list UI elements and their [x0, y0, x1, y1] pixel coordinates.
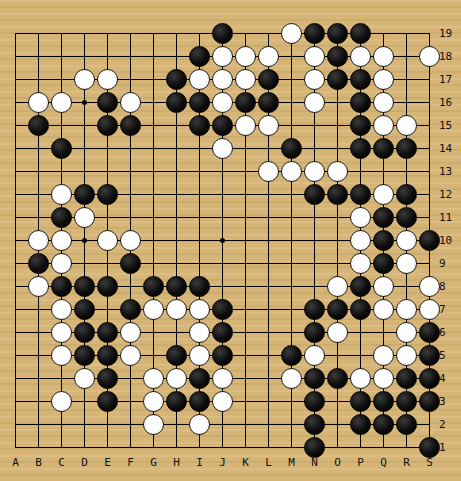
- stone-black-D8[interactable]: [74, 276, 95, 297]
- stone-white-H4[interactable]: [166, 368, 187, 389]
- stone-white-M4[interactable]: [281, 368, 302, 389]
- stone-black-P7[interactable]: [350, 299, 371, 320]
- stone-black-J15[interactable]: [212, 115, 233, 136]
- row-label-19: 19: [439, 22, 461, 45]
- stone-white-O6[interactable]: [327, 322, 348, 343]
- stone-white-S18[interactable]: [419, 46, 440, 67]
- stone-black-S6[interactable]: [419, 322, 440, 343]
- row-label-15: 15: [439, 114, 461, 137]
- col-label-Q: Q: [372, 456, 395, 469]
- row-label-4: 4: [439, 367, 461, 390]
- stone-black-O4[interactable]: [327, 368, 348, 389]
- stone-white-N13[interactable]: [304, 161, 325, 182]
- stone-white-N5[interactable]: [304, 345, 325, 366]
- col-label-P: P: [349, 456, 372, 469]
- stone-black-S1[interactable]: [419, 437, 440, 458]
- stone-black-R3[interactable]: [396, 391, 417, 412]
- stone-white-R5[interactable]: [396, 345, 417, 366]
- stone-white-K18[interactable]: [235, 46, 256, 67]
- stone-white-P10[interactable]: [350, 230, 371, 251]
- col-label-E: E: [96, 456, 119, 469]
- stone-white-J16[interactable]: [212, 92, 233, 113]
- stone-black-M5[interactable]: [281, 345, 302, 366]
- col-label-L: L: [257, 456, 280, 469]
- stone-white-Q18[interactable]: [373, 46, 394, 67]
- stone-black-E12[interactable]: [97, 184, 118, 205]
- stone-black-H5[interactable]: [166, 345, 187, 366]
- stone-black-I8[interactable]: [189, 276, 210, 297]
- stone-black-O7[interactable]: [327, 299, 348, 320]
- stone-black-F9[interactable]: [120, 253, 141, 274]
- stone-black-R12[interactable]: [396, 184, 417, 205]
- stone-black-D6[interactable]: [74, 322, 95, 343]
- stone-white-P4[interactable]: [350, 368, 371, 389]
- col-label-B: B: [27, 456, 50, 469]
- stone-black-C11[interactable]: [51, 207, 72, 228]
- stone-black-I18[interactable]: [189, 46, 210, 67]
- stone-black-I3[interactable]: [189, 391, 210, 412]
- stone-black-H8[interactable]: [166, 276, 187, 297]
- stone-black-S4[interactable]: [419, 368, 440, 389]
- stone-black-H17[interactable]: [166, 69, 187, 90]
- stone-white-I17[interactable]: [189, 69, 210, 90]
- stone-white-Q4[interactable]: [373, 368, 394, 389]
- stone-black-N7[interactable]: [304, 299, 325, 320]
- stone-white-F16[interactable]: [120, 92, 141, 113]
- stone-black-R2[interactable]: [396, 414, 417, 435]
- stone-white-L13[interactable]: [258, 161, 279, 182]
- stone-white-M19[interactable]: [281, 23, 302, 44]
- stone-black-N4[interactable]: [304, 368, 325, 389]
- row-label-12: 12: [439, 183, 461, 206]
- stone-white-R10[interactable]: [396, 230, 417, 251]
- col-label-N: N: [303, 456, 326, 469]
- stone-black-E5[interactable]: [97, 345, 118, 366]
- stone-black-N3[interactable]: [304, 391, 325, 412]
- row-label-5: 5: [439, 344, 461, 367]
- stone-white-J14[interactable]: [212, 138, 233, 159]
- stone-white-E17[interactable]: [97, 69, 118, 90]
- stone-black-E4[interactable]: [97, 368, 118, 389]
- stone-black-R4[interactable]: [396, 368, 417, 389]
- stone-white-J4[interactable]: [212, 368, 233, 389]
- row-label-1: 1: [439, 436, 461, 459]
- stone-white-J18[interactable]: [212, 46, 233, 67]
- stone-white-D4[interactable]: [74, 368, 95, 389]
- stone-black-O18[interactable]: [327, 46, 348, 67]
- stone-black-I15[interactable]: [189, 115, 210, 136]
- stone-black-P8[interactable]: [350, 276, 371, 297]
- row-label-18: 18: [439, 45, 461, 68]
- stone-black-C8[interactable]: [51, 276, 72, 297]
- stone-white-F6[interactable]: [120, 322, 141, 343]
- stone-white-N17[interactable]: [304, 69, 325, 90]
- stone-black-N6[interactable]: [304, 322, 325, 343]
- stone-black-E6[interactable]: [97, 322, 118, 343]
- row-label-7: 7: [439, 298, 461, 321]
- stone-white-C3[interactable]: [51, 391, 72, 412]
- stone-black-P2[interactable]: [350, 414, 371, 435]
- stone-black-L16[interactable]: [258, 92, 279, 113]
- stone-white-D11[interactable]: [74, 207, 95, 228]
- stone-black-Q3[interactable]: [373, 391, 394, 412]
- row-label-13: 13: [439, 160, 461, 183]
- stone-black-N1[interactable]: [304, 437, 325, 458]
- stone-black-R14[interactable]: [396, 138, 417, 159]
- stone-white-J17[interactable]: [212, 69, 233, 90]
- stone-white-I2[interactable]: [189, 414, 210, 435]
- stone-black-G8[interactable]: [143, 276, 164, 297]
- stone-black-F15[interactable]: [120, 115, 141, 136]
- stone-black-S3[interactable]: [419, 391, 440, 412]
- row-label-11: 11: [439, 206, 461, 229]
- stone-black-F7[interactable]: [120, 299, 141, 320]
- stone-black-P14[interactable]: [350, 138, 371, 159]
- stone-black-N19[interactable]: [304, 23, 325, 44]
- stone-white-L18[interactable]: [258, 46, 279, 67]
- stone-black-Q11[interactable]: [373, 207, 394, 228]
- stone-white-G4[interactable]: [143, 368, 164, 389]
- stone-white-R15[interactable]: [396, 115, 417, 136]
- row-label-16: 16: [439, 91, 461, 114]
- row-label-14: 14: [439, 137, 461, 160]
- stone-black-R11[interactable]: [396, 207, 417, 228]
- stone-black-O19[interactable]: [327, 23, 348, 44]
- stone-white-C5[interactable]: [51, 345, 72, 366]
- stone-black-N2[interactable]: [304, 414, 325, 435]
- stone-black-J7[interactable]: [212, 299, 233, 320]
- stone-white-J3[interactable]: [212, 391, 233, 412]
- stone-black-L17[interactable]: [258, 69, 279, 90]
- goban[interactable]: ABCDEFGHIJKLMNOPQRS 12345678910111213141…: [0, 0, 461, 481]
- stone-black-O17[interactable]: [327, 69, 348, 90]
- stone-white-B10[interactable]: [28, 230, 49, 251]
- stone-black-D7[interactable]: [74, 299, 95, 320]
- row-label-3: 3: [439, 390, 461, 413]
- stone-black-P17[interactable]: [350, 69, 371, 90]
- stone-white-Q16[interactable]: [373, 92, 394, 113]
- stone-white-G3[interactable]: [143, 391, 164, 412]
- stone-white-C12[interactable]: [51, 184, 72, 205]
- row-label-2: 2: [439, 413, 461, 436]
- stone-black-E16[interactable]: [97, 92, 118, 113]
- stone-white-P9[interactable]: [350, 253, 371, 274]
- stone-black-Q9[interactable]: [373, 253, 394, 274]
- stone-black-P15[interactable]: [350, 115, 371, 136]
- stone-white-Q17[interactable]: [373, 69, 394, 90]
- stone-black-E8[interactable]: [97, 276, 118, 297]
- row-label-6: 6: [439, 321, 461, 344]
- stone-white-Q12[interactable]: [373, 184, 394, 205]
- stone-white-Q5[interactable]: [373, 345, 394, 366]
- stone-black-O12[interactable]: [327, 184, 348, 205]
- stone-black-Q14[interactable]: [373, 138, 394, 159]
- stone-black-S5[interactable]: [419, 345, 440, 366]
- stone-black-C14[interactable]: [51, 138, 72, 159]
- row-label-8: 8: [439, 275, 461, 298]
- stone-black-N12[interactable]: [304, 184, 325, 205]
- col-label-J: J: [211, 456, 234, 469]
- stone-white-L15[interactable]: [258, 115, 279, 136]
- stone-black-B9[interactable]: [28, 253, 49, 274]
- stone-black-P19[interactable]: [350, 23, 371, 44]
- stone-white-N16[interactable]: [304, 92, 325, 113]
- col-label-F: F: [119, 456, 142, 469]
- stone-black-J5[interactable]: [212, 345, 233, 366]
- stone-white-F10[interactable]: [120, 230, 141, 251]
- stone-white-C9[interactable]: [51, 253, 72, 274]
- row-label-17: 17: [439, 68, 461, 91]
- stone-black-E3[interactable]: [97, 391, 118, 412]
- stone-white-K17[interactable]: [235, 69, 256, 90]
- stone-white-G2[interactable]: [143, 414, 164, 435]
- stone-black-B15[interactable]: [28, 115, 49, 136]
- col-label-O: O: [326, 456, 349, 469]
- stone-white-I7[interactable]: [189, 299, 210, 320]
- stone-black-M14[interactable]: [281, 138, 302, 159]
- stone-black-D12[interactable]: [74, 184, 95, 205]
- col-label-K: K: [234, 456, 257, 469]
- row-label-9: 9: [439, 252, 461, 275]
- col-label-I: I: [188, 456, 211, 469]
- stone-black-J6[interactable]: [212, 322, 233, 343]
- stone-black-H3[interactable]: [166, 391, 187, 412]
- col-label-M: M: [280, 456, 303, 469]
- row-label-10: 10: [439, 229, 461, 252]
- stone-black-D5[interactable]: [74, 345, 95, 366]
- stone-white-C7[interactable]: [51, 299, 72, 320]
- stone-black-I4[interactable]: [189, 368, 210, 389]
- stone-black-Q10[interactable]: [373, 230, 394, 251]
- stone-white-M13[interactable]: [281, 161, 302, 182]
- stone-white-E10[interactable]: [97, 230, 118, 251]
- stone-black-K16[interactable]: [235, 92, 256, 113]
- col-label-D: D: [73, 456, 96, 469]
- stone-white-S7[interactable]: [419, 299, 440, 320]
- col-label-C: C: [50, 456, 73, 469]
- stone-black-P12[interactable]: [350, 184, 371, 205]
- stone-white-F5[interactable]: [120, 345, 141, 366]
- col-label-A: A: [4, 456, 27, 469]
- stone-white-P11[interactable]: [350, 207, 371, 228]
- stone-black-J19[interactable]: [212, 23, 233, 44]
- stone-white-C6[interactable]: [51, 322, 72, 343]
- hoshi-J10: [220, 238, 225, 243]
- stone-white-Q8[interactable]: [373, 276, 394, 297]
- stone-black-I16[interactable]: [189, 92, 210, 113]
- stone-black-P16[interactable]: [350, 92, 371, 113]
- stone-white-P18[interactable]: [350, 46, 371, 67]
- col-label-G: G: [142, 456, 165, 469]
- col-label-S: S: [418, 456, 441, 469]
- stone-white-B16[interactable]: [28, 92, 49, 113]
- stone-white-R6[interactable]: [396, 322, 417, 343]
- stone-white-Q7[interactable]: [373, 299, 394, 320]
- stone-black-P3[interactable]: [350, 391, 371, 412]
- stone-white-Q15[interactable]: [373, 115, 394, 136]
- stone-white-S8[interactable]: [419, 276, 440, 297]
- stone-black-H16[interactable]: [166, 92, 187, 113]
- stone-white-O8[interactable]: [327, 276, 348, 297]
- stone-white-R7[interactable]: [396, 299, 417, 320]
- stone-white-N18[interactable]: [304, 46, 325, 67]
- stone-black-Q2[interactable]: [373, 414, 394, 435]
- col-label-H: H: [165, 456, 188, 469]
- stone-white-G7[interactable]: [143, 299, 164, 320]
- stone-white-I6[interactable]: [189, 322, 210, 343]
- hoshi-D16: [82, 100, 87, 105]
- stone-white-I5[interactable]: [189, 345, 210, 366]
- stone-white-B8[interactable]: [28, 276, 49, 297]
- stone-white-D17[interactable]: [74, 69, 95, 90]
- stone-white-C16[interactable]: [51, 92, 72, 113]
- stone-white-C10[interactable]: [51, 230, 72, 251]
- stone-white-R9[interactable]: [396, 253, 417, 274]
- stone-white-O13[interactable]: [327, 161, 348, 182]
- col-label-R: R: [395, 456, 418, 469]
- stone-white-H7[interactable]: [166, 299, 187, 320]
- stone-white-K15[interactable]: [235, 115, 256, 136]
- hoshi-D10: [82, 238, 87, 243]
- stone-black-S10[interactable]: [419, 230, 440, 251]
- stone-black-E15[interactable]: [97, 115, 118, 136]
